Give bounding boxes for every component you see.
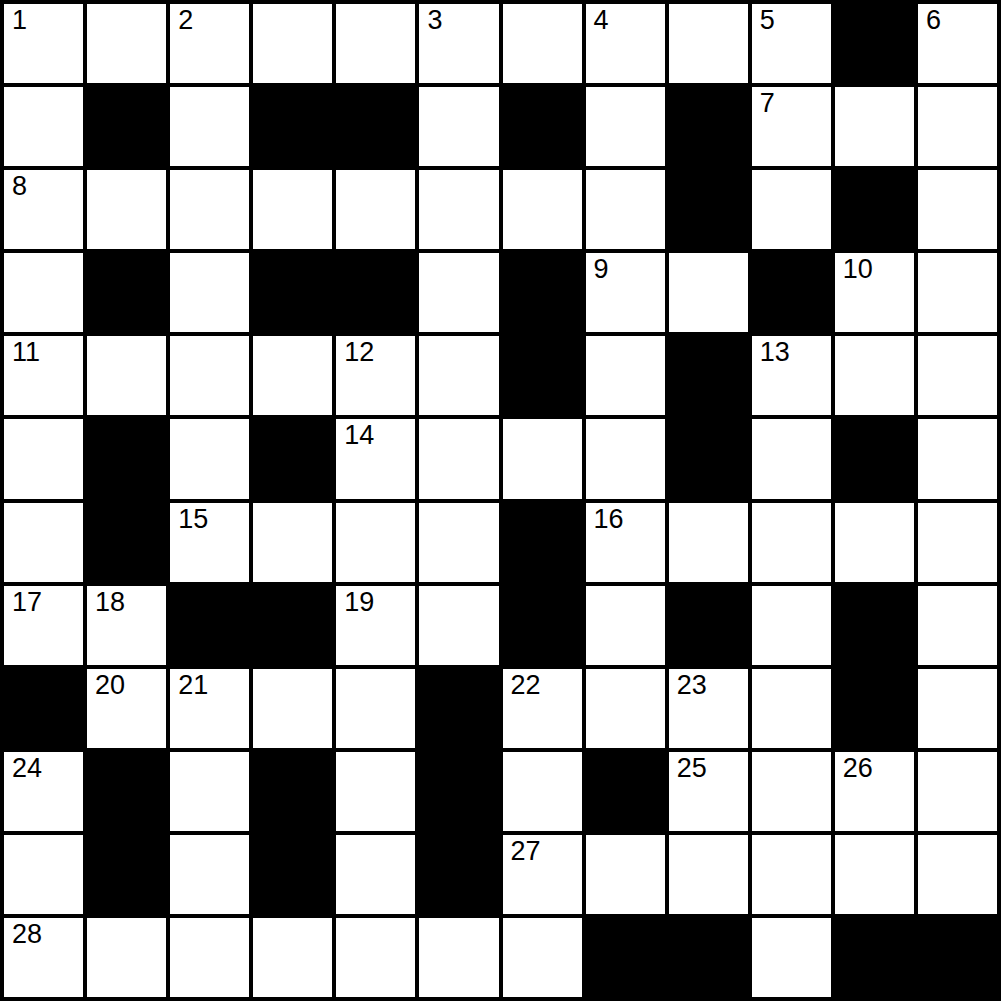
clue-number-18: 18 (95, 587, 125, 618)
white-cell-r12c2[interactable] (87, 918, 166, 997)
white-cell-r7c3[interactable]: 15 (170, 503, 249, 582)
clue-number-12: 12 (344, 337, 374, 368)
white-cell-r9c3[interactable]: 21 (170, 669, 249, 748)
white-cell-r9c12[interactable] (918, 669, 997, 748)
white-cell-r7c10[interactable] (752, 503, 831, 582)
white-cell-r3c3[interactable] (170, 170, 249, 249)
white-cell-r12c7[interactable] (503, 918, 582, 997)
white-cell-r6c8[interactable] (586, 419, 665, 498)
white-cell-r3c7[interactable] (503, 170, 582, 249)
white-cell-r8c1[interactable]: 17 (4, 586, 83, 665)
clue-number-27: 27 (511, 836, 541, 867)
white-cell-r10c11[interactable]: 26 (835, 752, 914, 831)
clue-number-4: 4 (594, 5, 609, 36)
white-cell-r10c5[interactable] (336, 752, 415, 831)
white-cell-r4c12[interactable] (918, 253, 997, 332)
white-cell-r9c7[interactable]: 22 (503, 669, 582, 748)
white-cell-r4c6[interactable] (419, 253, 498, 332)
white-cell-r8c5[interactable]: 19 (336, 586, 415, 665)
black-cell-r6c11 (835, 419, 914, 498)
white-cell-r11c11[interactable] (835, 835, 914, 914)
white-cell-r11c7[interactable]: 27 (503, 835, 582, 914)
black-cell-r11c4 (253, 835, 332, 914)
white-cell-r7c6[interactable] (419, 503, 498, 582)
clue-number-22: 22 (511, 670, 541, 701)
black-cell-r4c2 (87, 253, 166, 332)
white-cell-r11c8[interactable] (586, 835, 665, 914)
black-cell-r9c1 (4, 669, 83, 748)
white-cell-r5c10[interactable]: 13 (752, 336, 831, 415)
white-cell-r12c6[interactable] (419, 918, 498, 997)
white-cell-r1c4[interactable] (253, 4, 332, 83)
clue-number-26: 26 (843, 753, 873, 784)
clue-number-1: 1 (12, 5, 27, 36)
white-cell-r2c12[interactable] (918, 87, 997, 166)
black-cell-r7c7 (503, 503, 582, 582)
white-cell-r7c8[interactable]: 16 (586, 503, 665, 582)
white-cell-r1c3[interactable]: 2 (170, 4, 249, 83)
white-cell-r1c6[interactable]: 3 (419, 4, 498, 83)
white-cell-r11c1[interactable] (4, 835, 83, 914)
white-cell-r6c7[interactable] (503, 419, 582, 498)
black-cell-r6c9 (669, 419, 748, 498)
black-cell-r2c7 (503, 87, 582, 166)
white-cell-r12c1[interactable]: 28 (4, 918, 83, 997)
black-cell-r10c6 (419, 752, 498, 831)
black-cell-r8c4 (253, 586, 332, 665)
white-cell-r8c12[interactable] (918, 586, 997, 665)
white-cell-r7c1[interactable] (4, 503, 83, 582)
white-cell-r7c4[interactable] (253, 503, 332, 582)
black-cell-r12c11 (835, 918, 914, 997)
clue-number-5: 5 (760, 5, 775, 36)
white-cell-r4c3[interactable] (170, 253, 249, 332)
white-cell-r1c2[interactable] (87, 4, 166, 83)
white-cell-r6c5[interactable]: 14 (336, 419, 415, 498)
white-cell-r5c12[interactable] (918, 336, 997, 415)
white-cell-r9c4[interactable] (253, 669, 332, 748)
white-cell-r3c5[interactable] (336, 170, 415, 249)
crossword-board: 1234567891011121314151617181920212223242… (0, 0, 1001, 1001)
white-cell-r5c6[interactable] (419, 336, 498, 415)
clue-number-13: 13 (760, 337, 790, 368)
white-cell-r8c2[interactable]: 18 (87, 586, 166, 665)
white-cell-r2c10[interactable]: 7 (752, 87, 831, 166)
white-cell-r10c9[interactable]: 25 (669, 752, 748, 831)
clue-number-17: 17 (12, 587, 42, 618)
white-cell-r2c3[interactable] (170, 87, 249, 166)
white-cell-r12c4[interactable] (253, 918, 332, 997)
black-cell-r4c5 (336, 253, 415, 332)
black-cell-r5c7 (503, 336, 582, 415)
clue-number-23: 23 (677, 670, 707, 701)
white-cell-r3c4[interactable] (253, 170, 332, 249)
black-cell-r11c6 (419, 835, 498, 914)
black-cell-r7c2 (87, 503, 166, 582)
white-cell-r9c10[interactable] (752, 669, 831, 748)
white-cell-r4c8[interactable]: 9 (586, 253, 665, 332)
white-cell-r7c5[interactable] (336, 503, 415, 582)
white-cell-r2c1[interactable] (4, 87, 83, 166)
white-cell-r10c12[interactable] (918, 752, 997, 831)
white-cell-r3c10[interactable] (752, 170, 831, 249)
white-cell-r7c11[interactable] (835, 503, 914, 582)
clue-number-24: 24 (12, 753, 42, 784)
white-cell-r9c8[interactable] (586, 669, 665, 748)
black-cell-r10c4 (253, 752, 332, 831)
white-cell-r10c10[interactable] (752, 752, 831, 831)
white-cell-r11c9[interactable] (669, 835, 748, 914)
black-cell-r6c4 (253, 419, 332, 498)
white-cell-r5c5[interactable]: 12 (336, 336, 415, 415)
black-cell-r2c9 (669, 87, 748, 166)
clue-number-7: 7 (760, 88, 775, 119)
clue-number-14: 14 (344, 420, 374, 451)
white-cell-r8c10[interactable] (752, 586, 831, 665)
white-cell-r4c1[interactable] (4, 253, 83, 332)
black-cell-r4c7 (503, 253, 582, 332)
clue-number-25: 25 (677, 753, 707, 784)
white-cell-r9c9[interactable]: 23 (669, 669, 748, 748)
white-cell-r3c6[interactable] (419, 170, 498, 249)
black-cell-r8c3 (170, 586, 249, 665)
clue-number-15: 15 (178, 504, 208, 535)
clue-number-10: 10 (843, 254, 873, 285)
white-cell-r2c8[interactable] (586, 87, 665, 166)
white-cell-r8c6[interactable] (419, 586, 498, 665)
clue-number-11: 11 (12, 337, 40, 368)
black-cell-r3c9 (669, 170, 748, 249)
black-cell-r2c5 (336, 87, 415, 166)
black-cell-r9c6 (419, 669, 498, 748)
white-cell-r9c2[interactable]: 20 (87, 669, 166, 748)
white-cell-r7c9[interactable] (669, 503, 748, 582)
white-cell-r3c2[interactable] (87, 170, 166, 249)
white-cell-r3c8[interactable] (586, 170, 665, 249)
clue-number-19: 19 (344, 587, 374, 618)
white-cell-r1c12[interactable]: 6 (918, 4, 997, 83)
black-cell-r12c9 (669, 918, 748, 997)
white-cell-r1c7[interactable] (503, 4, 582, 83)
white-cell-r6c12[interactable] (918, 419, 997, 498)
black-cell-r10c2 (87, 752, 166, 831)
black-cell-r12c12 (918, 918, 997, 997)
black-cell-r3c11 (835, 170, 914, 249)
white-cell-r4c9[interactable] (669, 253, 748, 332)
clue-number-21: 21 (178, 670, 208, 701)
white-cell-r8c8[interactable] (586, 586, 665, 665)
white-cell-r6c6[interactable] (419, 419, 498, 498)
white-cell-r11c12[interactable] (918, 835, 997, 914)
white-cell-r6c1[interactable] (4, 419, 83, 498)
white-cell-r12c3[interactable] (170, 918, 249, 997)
black-cell-r8c7 (503, 586, 582, 665)
white-cell-r11c5[interactable] (336, 835, 415, 914)
black-cell-r8c11 (835, 586, 914, 665)
white-cell-r1c8[interactable]: 4 (586, 4, 665, 83)
white-cell-r1c10[interactable]: 5 (752, 4, 831, 83)
black-cell-r11c2 (87, 835, 166, 914)
white-cell-r5c1[interactable]: 11 (4, 336, 83, 415)
clue-number-16: 16 (594, 504, 624, 535)
black-cell-r12c8 (586, 918, 665, 997)
clue-number-3: 3 (427, 5, 442, 36)
clue-number-20: 20 (95, 670, 125, 701)
white-cell-r1c5[interactable] (336, 4, 415, 83)
white-cell-r5c11[interactable] (835, 336, 914, 415)
white-cell-r12c10[interactable] (752, 918, 831, 997)
black-cell-r8c9 (669, 586, 748, 665)
white-cell-r6c3[interactable] (170, 419, 249, 498)
white-cell-r3c12[interactable] (918, 170, 997, 249)
white-cell-r1c9[interactable] (669, 4, 748, 83)
white-cell-r2c6[interactable] (419, 87, 498, 166)
clue-number-2: 2 (178, 5, 193, 36)
white-cell-r5c4[interactable] (253, 336, 332, 415)
black-cell-r2c4 (253, 87, 332, 166)
clue-number-6: 6 (926, 5, 941, 36)
black-cell-r4c4 (253, 253, 332, 332)
clue-number-8: 8 (12, 171, 27, 202)
white-cell-r10c7[interactable] (503, 752, 582, 831)
white-cell-r5c2[interactable] (87, 336, 166, 415)
black-cell-r2c2 (87, 87, 166, 166)
black-cell-r1c11 (835, 4, 914, 83)
white-cell-r4c11[interactable]: 10 (835, 253, 914, 332)
white-cell-r10c1[interactable]: 24 (4, 752, 83, 831)
clue-number-28: 28 (12, 919, 42, 950)
white-cell-r6c10[interactable] (752, 419, 831, 498)
white-cell-r11c3[interactable] (170, 835, 249, 914)
black-cell-r4c10 (752, 253, 831, 332)
black-cell-r5c9 (669, 336, 748, 415)
white-cell-r5c8[interactable] (586, 336, 665, 415)
white-cell-r9c5[interactable] (336, 669, 415, 748)
white-cell-r2c11[interactable] (835, 87, 914, 166)
black-cell-r6c2 (87, 419, 166, 498)
white-cell-r5c3[interactable] (170, 336, 249, 415)
black-cell-r10c8 (586, 752, 665, 831)
clue-number-9: 9 (594, 254, 609, 285)
white-cell-r10c3[interactable] (170, 752, 249, 831)
white-cell-r7c12[interactable] (918, 503, 997, 582)
black-cell-r9c11 (835, 669, 914, 748)
white-cell-r11c10[interactable] (752, 835, 831, 914)
white-cell-r12c5[interactable] (336, 918, 415, 997)
white-cell-r3c1[interactable]: 8 (4, 170, 83, 249)
white-cell-r1c1[interactable]: 1 (4, 4, 83, 83)
